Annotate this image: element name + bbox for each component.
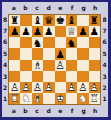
file-label-e: e (55, 105, 67, 117)
black-pawn[interactable]: ♟ (32, 26, 43, 37)
black-rook[interactable]: ♜ (9, 15, 20, 26)
black-bishop[interactable]: ♝ (32, 15, 43, 26)
square-a2[interactable]: ♟♙ (9, 82, 20, 93)
square-g8[interactable] (77, 15, 88, 26)
white-king-fill: ♚ (55, 93, 66, 104)
square-g4[interactable] (77, 60, 88, 71)
square-c1[interactable]: ♝♗ (32, 93, 43, 104)
file-label-f: f (66, 2, 78, 14)
square-b5[interactable] (20, 48, 31, 59)
square-c2[interactable]: ♟♙ (32, 82, 43, 93)
white-pawn-fill: ♟ (9, 82, 20, 93)
black-knight[interactable]: ♞ (32, 37, 43, 48)
white-rook-fill: ♜ (89, 93, 100, 104)
square-f4[interactable] (66, 60, 77, 71)
rank-label-3: 3 (101, 71, 108, 82)
square-f1[interactable] (66, 93, 77, 104)
square-h7[interactable]: ♟ (89, 26, 100, 37)
square-a6[interactable] (9, 37, 20, 48)
white-pawn-fill: ♟ (77, 82, 88, 93)
square-g3[interactable] (77, 71, 88, 82)
file-label-h: h (89, 2, 101, 14)
white-pawn[interactable]: ♙ (66, 82, 77, 93)
white-knight-fill: ♞ (77, 93, 88, 104)
square-c8[interactable]: ♝ (32, 15, 43, 26)
square-e2[interactable] (55, 82, 66, 93)
square-f7[interactable]: ♛♕ (66, 26, 77, 37)
white-pawn[interactable]: ♙ (77, 82, 88, 93)
white-pawn[interactable]: ♙ (9, 82, 20, 93)
square-h6[interactable] (89, 37, 100, 48)
rank-label-6: 6 (101, 37, 108, 48)
white-pawn-fill: ♟ (89, 82, 100, 93)
square-d6[interactable] (43, 37, 54, 48)
white-queen[interactable]: ♕ (66, 26, 77, 37)
square-d4[interactable] (43, 60, 54, 71)
white-bishop[interactable]: ♗ (32, 60, 43, 71)
file-label-h: h (89, 105, 101, 117)
square-f3[interactable] (66, 71, 77, 82)
board-margin: abcdefgh 87654321 ♜♝♛♚♝♜♟♟♟♟♛♕♟♟♞♞♟♝♗♟♙♟… (2, 2, 108, 117)
black-rook[interactable]: ♜ (89, 15, 100, 26)
square-g2[interactable]: ♟♙ (77, 82, 88, 93)
rank-label-8: 8 (101, 14, 108, 25)
square-f8[interactable]: ♝ (66, 15, 77, 26)
square-c7[interactable]: ♟ (32, 26, 43, 37)
square-g5[interactable] (77, 48, 88, 59)
chess-board: ♜♝♛♚♝♜♟♟♟♟♛♕♟♟♞♞♟♝♗♟♙♟♙♟♙♟♙♟♙♟♙♟♙♟♙♜♖♞♘♝… (8, 14, 101, 105)
white-pawn-fill: ♟ (55, 60, 66, 71)
white-rook[interactable]: ♖ (9, 93, 20, 104)
square-g1[interactable]: ♞♘ (77, 93, 88, 104)
file-label-d: d (43, 105, 55, 117)
square-f6[interactable]: ♞ (66, 37, 77, 48)
square-h8[interactable]: ♜ (89, 15, 100, 26)
square-a1[interactable]: ♜♖ (9, 93, 20, 104)
white-bishop-fill: ♝ (32, 93, 43, 104)
file-labels-top: abcdefgh (8, 2, 101, 14)
file-label-a: a (8, 2, 20, 14)
file-label-f: f (66, 105, 78, 117)
file-label-e: e (55, 2, 67, 14)
white-bishop[interactable]: ♗ (32, 93, 43, 104)
white-rook[interactable]: ♖ (89, 93, 100, 104)
black-pawn[interactable]: ♟ (43, 26, 54, 37)
square-c6[interactable]: ♞ (32, 37, 43, 48)
black-queen[interactable]: ♛ (43, 15, 54, 26)
square-h1[interactable]: ♜♖ (89, 93, 100, 104)
square-d8[interactable]: ♛ (43, 15, 54, 26)
square-f5[interactable] (66, 48, 77, 59)
square-h4[interactable] (89, 60, 100, 71)
square-d3[interactable] (43, 71, 54, 82)
black-king[interactable]: ♚ (55, 15, 66, 26)
black-pawn[interactable]: ♟ (89, 26, 100, 37)
square-b8[interactable] (20, 15, 31, 26)
file-label-c: c (31, 2, 43, 14)
square-a8[interactable]: ♜ (9, 15, 20, 26)
square-b3[interactable] (20, 71, 31, 82)
square-e3[interactable] (55, 71, 66, 82)
square-b4[interactable] (20, 60, 31, 71)
square-d1[interactable] (43, 93, 54, 104)
white-pawn[interactable]: ♙ (32, 82, 43, 93)
square-b7[interactable]: ♟ (20, 26, 31, 37)
white-bishop-fill: ♝ (32, 60, 43, 71)
square-c3[interactable] (32, 71, 43, 82)
square-d5[interactable] (43, 48, 54, 59)
white-rook-fill: ♜ (9, 93, 20, 104)
square-e5[interactable]: ♟ (55, 48, 66, 59)
square-h5[interactable] (89, 48, 100, 59)
square-g6[interactable] (77, 37, 88, 48)
square-g7[interactable]: ♟ (77, 26, 88, 37)
white-queen-fill: ♛ (66, 26, 77, 37)
square-a4[interactable] (9, 60, 20, 71)
rank-label-5: 5 (101, 48, 108, 59)
square-b2[interactable]: ♟♙ (20, 82, 31, 93)
file-label-g: g (78, 2, 90, 14)
rank-label-2: 2 (101, 82, 108, 93)
square-h2[interactable]: ♟♙ (89, 82, 100, 93)
white-pawn[interactable]: ♙ (89, 82, 100, 93)
rank-label-7: 7 (101, 25, 108, 36)
square-b6[interactable] (20, 37, 31, 48)
black-pawn[interactable]: ♟ (55, 48, 66, 59)
white-knight[interactable]: ♘ (77, 93, 88, 104)
square-f2[interactable]: ♟♙ (66, 82, 77, 93)
square-d7[interactable]: ♟ (43, 26, 54, 37)
white-pawn-fill: ♟ (43, 82, 54, 93)
square-d2[interactable]: ♟♙ (43, 82, 54, 93)
square-e6[interactable] (55, 37, 66, 48)
file-label-a: a (8, 105, 20, 117)
square-a3[interactable] (9, 71, 20, 82)
file-label-c: c (31, 105, 43, 117)
square-e1[interactable]: ♚♔ (55, 93, 66, 104)
file-label-b: b (20, 105, 32, 117)
white-knight[interactable]: ♘ (20, 93, 31, 104)
white-pawn-fill: ♟ (66, 82, 77, 93)
square-e4[interactable]: ♟♙ (55, 60, 66, 71)
square-c4[interactable]: ♝♗ (32, 60, 43, 71)
square-c5[interactable] (32, 48, 43, 59)
white-knight-fill: ♞ (20, 93, 31, 104)
white-pawn[interactable]: ♙ (43, 82, 54, 93)
black-bishop[interactable]: ♝ (66, 15, 77, 26)
white-pawn-fill: ♟ (20, 82, 31, 93)
square-b1[interactable]: ♞♘ (20, 93, 31, 104)
square-a5[interactable] (9, 48, 20, 59)
white-king[interactable]: ♔ (55, 93, 66, 104)
rank-label-1: 1 (101, 94, 108, 105)
square-e8[interactable]: ♚ (55, 15, 66, 26)
chessboard-frame: abcdefgh 87654321 ♜♝♛♚♝♜♟♟♟♟♛♕♟♟♞♞♟♝♗♟♙♟… (0, 0, 111, 120)
file-labels-bottom: abcdefgh (8, 105, 101, 117)
rank-labels-right: 87654321 (101, 14, 108, 105)
white-pawn[interactable]: ♙ (55, 60, 66, 71)
square-e7[interactable] (55, 26, 66, 37)
square-h3[interactable] (89, 71, 100, 82)
file-label-d: d (43, 2, 55, 14)
white-pawn-fill: ♟ (32, 82, 43, 93)
black-pawn[interactable]: ♟ (20, 26, 31, 37)
black-pawn[interactable]: ♟ (77, 26, 88, 37)
file-label-b: b (20, 2, 32, 14)
rank-label-4: 4 (101, 60, 108, 71)
black-pawn[interactable]: ♟ (9, 26, 20, 37)
white-pawn[interactable]: ♙ (20, 82, 31, 93)
file-label-g: g (78, 105, 90, 117)
black-knight[interactable]: ♞ (66, 37, 77, 48)
square-a7[interactable]: ♟ (9, 26, 20, 37)
